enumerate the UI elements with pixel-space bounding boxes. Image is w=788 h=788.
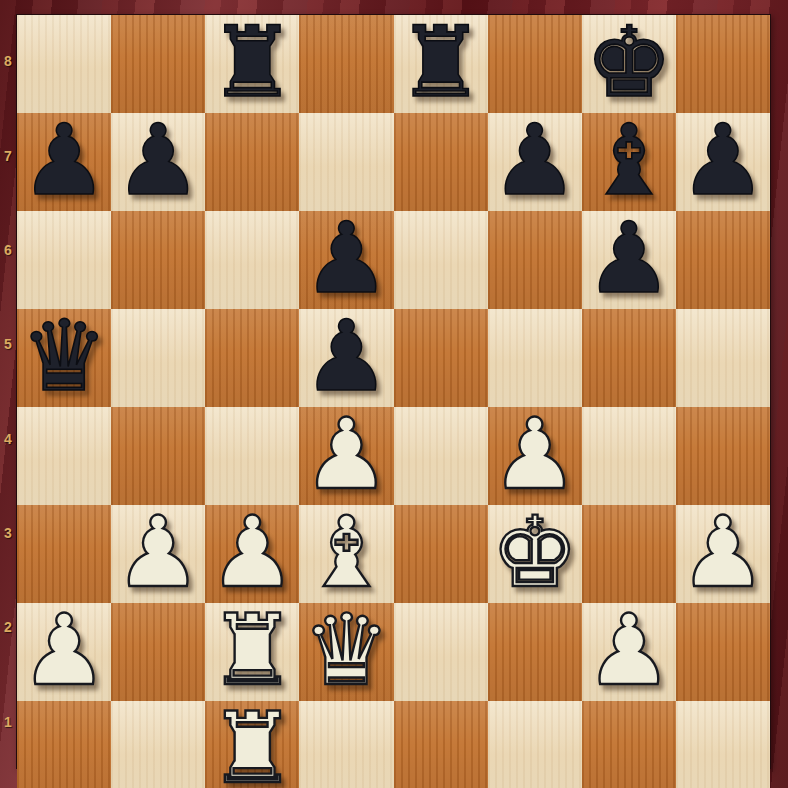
square-h3[interactable]: ♟ [676,505,770,603]
square-c1[interactable]: ♜ [205,701,299,788]
rank-label-8: 8 [0,14,16,108]
rank-label-4: 4 [0,392,16,486]
square-d6[interactable]: ♟ [299,211,393,309]
square-h1[interactable] [676,701,770,788]
square-c2[interactable]: ♜ [205,603,299,701]
chess-board: ♜♜♚♟♟♟♝♟♟♟♛♟♟♟♟♟♝♚♟♟♜♛♟♜ [16,14,771,769]
square-b5[interactable] [111,309,205,407]
square-e5[interactable] [394,309,488,407]
square-e2[interactable] [394,603,488,701]
square-g1[interactable] [582,701,676,788]
rank-labels: 87654321 [0,14,16,769]
square-d2[interactable]: ♛ [299,603,393,701]
square-b4[interactable] [111,407,205,505]
square-g8[interactable]: ♚ [582,15,676,113]
square-b2[interactable] [111,603,205,701]
square-c8[interactable]: ♜ [205,15,299,113]
square-d4[interactable]: ♟ [299,407,393,505]
square-b3[interactable]: ♟ [111,505,205,603]
square-a1[interactable] [17,701,111,788]
square-f4[interactable]: ♟ [488,407,582,505]
square-e6[interactable] [394,211,488,309]
white-king[interactable]: ♚ [491,503,579,601]
square-b7[interactable]: ♟ [111,113,205,211]
black-bishop[interactable]: ♝ [585,111,673,209]
square-g6[interactable]: ♟ [582,211,676,309]
square-c4[interactable] [205,407,299,505]
square-d3[interactable]: ♝ [299,505,393,603]
square-d8[interactable] [299,15,393,113]
white-bishop[interactable]: ♝ [303,503,391,601]
white-rook[interactable]: ♜ [208,601,296,699]
white-rook[interactable]: ♜ [208,699,296,788]
square-b1[interactable] [111,701,205,788]
rank-label-1: 1 [0,675,16,769]
square-a5[interactable]: ♛ [17,309,111,407]
black-pawn[interactable]: ♟ [491,111,579,209]
square-f8[interactable] [488,15,582,113]
square-d5[interactable]: ♟ [299,309,393,407]
black-king[interactable]: ♚ [585,13,673,111]
square-a3[interactable] [17,505,111,603]
square-a2[interactable]: ♟ [17,603,111,701]
black-queen[interactable]: ♛ [20,307,108,405]
square-f3[interactable]: ♚ [488,505,582,603]
white-pawn[interactable]: ♟ [679,503,767,601]
square-g7[interactable]: ♝ [582,113,676,211]
square-c3[interactable]: ♟ [205,505,299,603]
square-g4[interactable] [582,407,676,505]
square-h6[interactable] [676,211,770,309]
black-pawn[interactable]: ♟ [114,111,202,209]
rank-label-2: 2 [0,580,16,674]
white-pawn[interactable]: ♟ [491,405,579,503]
square-g5[interactable] [582,309,676,407]
black-rook[interactable]: ♜ [397,13,485,111]
rank-label-7: 7 [0,108,16,202]
black-pawn[interactable]: ♟ [585,209,673,307]
square-a4[interactable] [17,407,111,505]
square-f1[interactable] [488,701,582,788]
square-e1[interactable] [394,701,488,788]
square-e4[interactable] [394,407,488,505]
white-pawn[interactable]: ♟ [208,503,296,601]
square-a7[interactable]: ♟ [17,113,111,211]
black-pawn[interactable]: ♟ [303,307,391,405]
square-h5[interactable] [676,309,770,407]
black-rook[interactable]: ♜ [208,13,296,111]
square-b6[interactable] [111,211,205,309]
square-d7[interactable] [299,113,393,211]
square-f2[interactable] [488,603,582,701]
white-pawn[interactable]: ♟ [585,601,673,699]
square-d1[interactable] [299,701,393,788]
square-e3[interactable] [394,505,488,603]
square-b8[interactable] [111,15,205,113]
chessboard-app: 87654321 abcdefgh ♜♜♚♟♟♟♝♟♟♟♛♟♟♟♟♟♝♚♟♟♜♛… [0,0,788,788]
square-f6[interactable] [488,211,582,309]
white-pawn[interactable]: ♟ [20,601,108,699]
black-pawn[interactable]: ♟ [679,111,767,209]
white-pawn[interactable]: ♟ [303,405,391,503]
black-pawn[interactable]: ♟ [303,209,391,307]
square-h2[interactable] [676,603,770,701]
square-e7[interactable] [394,113,488,211]
rank-label-6: 6 [0,203,16,297]
square-h7[interactable]: ♟ [676,113,770,211]
square-c7[interactable] [205,113,299,211]
square-a8[interactable] [17,15,111,113]
rank-label-3: 3 [0,486,16,580]
square-f5[interactable] [488,309,582,407]
white-pawn[interactable]: ♟ [114,503,202,601]
square-c5[interactable] [205,309,299,407]
black-pawn[interactable]: ♟ [20,111,108,209]
square-a6[interactable] [17,211,111,309]
square-g3[interactable] [582,505,676,603]
square-c6[interactable] [205,211,299,309]
square-e8[interactable]: ♜ [394,15,488,113]
square-f7[interactable]: ♟ [488,113,582,211]
square-g2[interactable]: ♟ [582,603,676,701]
square-h4[interactable] [676,407,770,505]
white-queen[interactable]: ♛ [303,601,391,699]
rank-label-5: 5 [0,297,16,391]
square-h8[interactable] [676,15,770,113]
